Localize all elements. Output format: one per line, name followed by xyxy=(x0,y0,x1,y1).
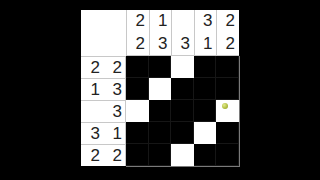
row-clue-3-num-2: 3 xyxy=(103,102,125,122)
grid-cell-r1c3[interactable] xyxy=(171,56,194,78)
col-clue-2-num-1: 1 xyxy=(150,10,172,33)
grid-cell-r5c2[interactable] xyxy=(149,144,172,166)
grid-cell-r3c4[interactable] xyxy=(194,100,217,122)
nonogram-board: 221333122 221333122 xyxy=(81,10,239,167)
grid-cell-r3c1[interactable] xyxy=(126,100,149,122)
col-clue-3-num-1 xyxy=(172,10,194,33)
grid-cell-r5c3[interactable] xyxy=(171,144,194,166)
grid-cell-r3c2[interactable] xyxy=(149,100,172,122)
grid-cell-r2c2[interactable] xyxy=(149,78,172,100)
grid-cell-r1c1[interactable] xyxy=(126,56,149,78)
col-clue-5-num-1: 2 xyxy=(217,10,239,33)
col-clue-3: 3 xyxy=(171,10,194,56)
grid-cell-r2c3[interactable] xyxy=(171,78,194,100)
grid-cell-r3c3[interactable] xyxy=(171,100,194,122)
grid-cell-r1c5[interactable] xyxy=(216,56,239,78)
col-clue-1: 22 xyxy=(126,10,149,56)
row-clue-5: 22 xyxy=(81,144,126,166)
row-clue-1: 22 xyxy=(81,56,126,78)
grid-cell-r2c5[interactable] xyxy=(216,78,239,100)
grid-cell-r4c3[interactable] xyxy=(171,122,194,144)
grid-cell-r2c4[interactable] xyxy=(194,78,217,100)
screen: 221333122 221333122 xyxy=(0,0,320,180)
col-clue-3-num-2: 3 xyxy=(172,33,194,56)
row-clue-4: 31 xyxy=(81,122,126,144)
grid-cell-r1c2[interactable] xyxy=(149,56,172,78)
col-clue-1-num-1: 2 xyxy=(127,10,149,33)
row-clue-2-num-2: 3 xyxy=(103,80,125,100)
col-clue-4-num-1: 3 xyxy=(195,10,217,33)
row-clue-1-num-2: 2 xyxy=(103,58,125,78)
col-clue-5: 22 xyxy=(216,10,239,56)
col-clue-2: 13 xyxy=(149,10,172,56)
row-clue-4-num-1: 3 xyxy=(81,124,103,144)
grid-cell-r4c1[interactable] xyxy=(126,122,149,144)
grid-cell-r5c1[interactable] xyxy=(126,144,149,166)
grid-cell-r5c4[interactable] xyxy=(194,144,217,166)
row-clue-2-num-1: 1 xyxy=(81,80,103,100)
grid-cell-r2c1[interactable] xyxy=(126,78,149,100)
row-clue-2: 13 xyxy=(81,78,126,100)
grid-cell-r4c4[interactable] xyxy=(194,122,217,144)
row-clue-1-num-1: 2 xyxy=(81,58,103,78)
grid-cell-r4c5[interactable] xyxy=(216,122,239,144)
grid-cell-r5c5[interactable] xyxy=(216,144,239,166)
row-clue-5-num-2: 2 xyxy=(103,146,125,166)
col-clue-2-num-2: 3 xyxy=(150,33,172,56)
col-clue-4: 31 xyxy=(194,10,217,56)
col-clue-4-num-2: 1 xyxy=(195,33,217,56)
grid-cell-r4c2[interactable] xyxy=(149,122,172,144)
column-clues: 221333122 xyxy=(126,10,239,56)
corner-block xyxy=(81,10,126,56)
hint-dot-marker xyxy=(222,103,228,109)
grid-cell-r3c5[interactable] xyxy=(216,100,239,122)
col-clue-1-num-2: 2 xyxy=(127,33,149,56)
grid-cell-r1c4[interactable] xyxy=(194,56,217,78)
row-clues: 221333122 xyxy=(81,56,126,166)
row-clue-3: 3 xyxy=(81,100,126,122)
puzzle-grid xyxy=(126,56,240,167)
col-clue-5-num-2: 2 xyxy=(217,33,239,56)
row-clue-5-num-1: 2 xyxy=(81,146,103,166)
row-clue-4-num-2: 1 xyxy=(103,124,125,144)
